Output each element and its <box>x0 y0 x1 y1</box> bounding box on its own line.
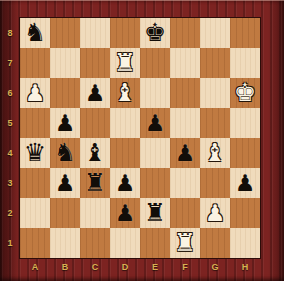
square-b1[interactable] <box>50 228 80 258</box>
piece-black-pawn: ♟ <box>110 198 140 228</box>
file-label-g: G <box>200 259 230 275</box>
square-f7[interactable] <box>170 48 200 78</box>
piece-black-pawn: ♟ <box>170 138 200 168</box>
square-g6[interactable] <box>200 78 230 108</box>
square-d2[interactable]: ♟ <box>110 198 140 228</box>
piece-black-rook: ♜ <box>140 198 170 228</box>
piece-black-pawn: ♟ <box>80 78 110 108</box>
piece-black-king: ♚ <box>140 18 170 48</box>
piece-black-pawn: ♟ <box>230 168 260 198</box>
file-label-b: B <box>50 259 80 275</box>
square-a1[interactable] <box>20 228 50 258</box>
rank-label-3: 3 <box>0 168 20 198</box>
rank-label-1: 1 <box>0 228 20 258</box>
square-c7[interactable] <box>80 48 110 78</box>
rank-label-8: 8 <box>0 18 20 48</box>
square-a7[interactable] <box>20 48 50 78</box>
square-a3[interactable] <box>20 168 50 198</box>
square-h3[interactable]: ♟ <box>230 168 260 198</box>
square-a8[interactable]: ♞ <box>20 18 50 48</box>
square-e1[interactable] <box>140 228 170 258</box>
square-g7[interactable] <box>200 48 230 78</box>
square-b4[interactable]: ♞ <box>50 138 80 168</box>
square-e4[interactable] <box>140 138 170 168</box>
piece-white-king: ♚ <box>230 78 260 108</box>
piece-white-bishop: ♝ <box>200 138 230 168</box>
square-b2[interactable] <box>50 198 80 228</box>
square-c2[interactable] <box>80 198 110 228</box>
square-h7[interactable] <box>230 48 260 78</box>
chess-board: ♞♚♜♟♟♝♚♟♟♛♞♝♟♝♟♜♟♟♟♜♟♜ <box>20 18 260 258</box>
square-e7[interactable] <box>140 48 170 78</box>
square-e3[interactable] <box>140 168 170 198</box>
square-h8[interactable] <box>230 18 260 48</box>
square-d5[interactable] <box>110 108 140 138</box>
file-label-a: A <box>20 259 50 275</box>
piece-black-bishop: ♝ <box>80 138 110 168</box>
square-d4[interactable] <box>110 138 140 168</box>
file-label-f: F <box>170 259 200 275</box>
piece-black-pawn: ♟ <box>110 168 140 198</box>
square-d3[interactable]: ♟ <box>110 168 140 198</box>
piece-black-rook: ♜ <box>80 168 110 198</box>
square-b3[interactable]: ♟ <box>50 168 80 198</box>
file-label-c: C <box>80 259 110 275</box>
square-d8[interactable] <box>110 18 140 48</box>
square-f1[interactable]: ♜ <box>170 228 200 258</box>
square-g2[interactable]: ♟ <box>200 198 230 228</box>
square-f5[interactable] <box>170 108 200 138</box>
piece-white-pawn: ♟ <box>20 78 50 108</box>
square-a4[interactable]: ♛ <box>20 138 50 168</box>
rank-label-7: 7 <box>0 48 20 78</box>
piece-black-pawn: ♟ <box>50 168 80 198</box>
square-a5[interactable] <box>20 108 50 138</box>
piece-black-knight: ♞ <box>50 138 80 168</box>
square-h2[interactable] <box>230 198 260 228</box>
piece-black-pawn: ♟ <box>50 108 80 138</box>
square-c4[interactable]: ♝ <box>80 138 110 168</box>
piece-white-bishop: ♝ <box>110 78 140 108</box>
file-label-d: D <box>110 259 140 275</box>
square-a2[interactable] <box>20 198 50 228</box>
rank-label-6: 6 <box>0 78 20 108</box>
square-e6[interactable] <box>140 78 170 108</box>
square-g5[interactable] <box>200 108 230 138</box>
square-f8[interactable] <box>170 18 200 48</box>
square-f6[interactable] <box>170 78 200 108</box>
square-e2[interactable]: ♜ <box>140 198 170 228</box>
square-h4[interactable] <box>230 138 260 168</box>
square-c5[interactable] <box>80 108 110 138</box>
piece-black-queen: ♛ <box>20 138 50 168</box>
square-f2[interactable] <box>170 198 200 228</box>
square-g1[interactable] <box>200 228 230 258</box>
rank-label-5: 5 <box>0 108 20 138</box>
square-d1[interactable] <box>110 228 140 258</box>
rank-label-2: 2 <box>0 198 20 228</box>
square-b7[interactable] <box>50 48 80 78</box>
piece-black-knight: ♞ <box>20 18 50 48</box>
file-label-h: H <box>230 259 260 275</box>
square-b5[interactable]: ♟ <box>50 108 80 138</box>
square-c8[interactable] <box>80 18 110 48</box>
square-c6[interactable]: ♟ <box>80 78 110 108</box>
square-b6[interactable] <box>50 78 80 108</box>
file-label-e: E <box>140 259 170 275</box>
square-g3[interactable] <box>200 168 230 198</box>
piece-white-pawn: ♟ <box>200 198 230 228</box>
piece-white-rook: ♜ <box>170 228 200 258</box>
square-e8[interactable]: ♚ <box>140 18 170 48</box>
square-d7[interactable]: ♜ <box>110 48 140 78</box>
piece-white-rook: ♜ <box>110 48 140 78</box>
square-h5[interactable] <box>230 108 260 138</box>
square-h6[interactable]: ♚ <box>230 78 260 108</box>
square-h1[interactable] <box>230 228 260 258</box>
rank-label-4: 4 <box>0 138 20 168</box>
square-g4[interactable]: ♝ <box>200 138 230 168</box>
square-e5[interactable]: ♟ <box>140 108 170 138</box>
square-g8[interactable] <box>200 18 230 48</box>
square-a6[interactable]: ♟ <box>20 78 50 108</box>
square-f3[interactable] <box>170 168 200 198</box>
square-c1[interactable] <box>80 228 110 258</box>
square-f4[interactable]: ♟ <box>170 138 200 168</box>
square-b8[interactable] <box>50 18 80 48</box>
screenshot-root: ♞♚♜♟♟♝♚♟♟♛♞♝♟♝♟♜♟♟♟♜♟♜ 87654321ABCDEFGH <box>0 0 284 281</box>
square-c3[interactable]: ♜ <box>80 168 110 198</box>
piece-black-pawn: ♟ <box>140 108 170 138</box>
square-d6[interactable]: ♝ <box>110 78 140 108</box>
